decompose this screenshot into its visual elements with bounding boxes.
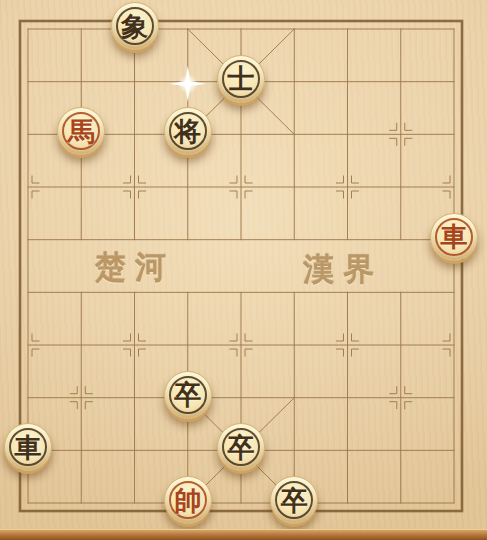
piece-black-advisor[interactable]: 士 (217, 55, 265, 103)
piece-black-pawn-2[interactable]: 卒 (217, 423, 265, 471)
river-label-han: 漢界 (303, 249, 383, 291)
piece-glyph: 馬 (58, 108, 104, 154)
piece-black-elephant[interactable]: 象 (111, 2, 159, 50)
piece-black-pawn-3[interactable]: 卒 (270, 476, 318, 524)
piece-glyph: 卒 (165, 372, 211, 418)
piece-glyph: 車 (431, 214, 477, 260)
piece-glyph: 将 (165, 108, 211, 154)
piece-glyph: 士 (218, 56, 264, 102)
piece-black-chariot[interactable]: 車 (4, 423, 52, 471)
piece-glyph: 象 (112, 3, 158, 49)
piece-black-pawn-1[interactable]: 卒 (164, 371, 212, 419)
river-label-chu: 楚河 (95, 247, 175, 289)
piece-glyph: 帥 (165, 477, 211, 523)
piece-glyph: 車 (5, 424, 51, 470)
board-front-edge (0, 529, 487, 540)
piece-glyph: 卒 (218, 424, 264, 470)
piece-glyph: 卒 (271, 477, 317, 523)
piece-black-general[interactable]: 将 (164, 107, 212, 155)
piece-red-general[interactable]: 帥 (164, 476, 212, 524)
piece-red-chariot[interactable]: 車 (430, 213, 478, 261)
piece-red-horse[interactable]: 馬 (57, 107, 105, 155)
xiangqi-board[interactable]: 楚河 漢界 象士馬将車卒車卒帥卒 (0, 0, 487, 540)
